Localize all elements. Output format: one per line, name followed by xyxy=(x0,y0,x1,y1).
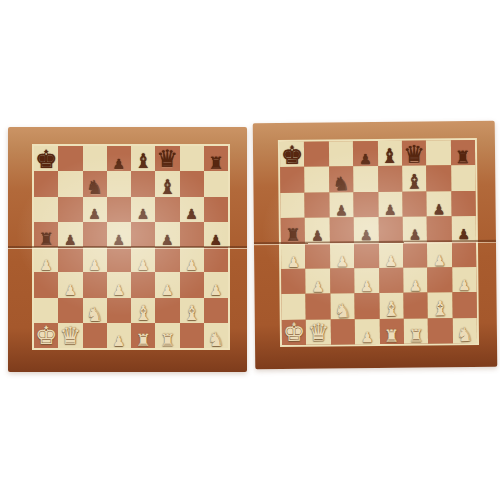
square-b2 xyxy=(306,294,331,320)
square-g1 xyxy=(428,318,453,344)
piece-dark-queen: ♛ xyxy=(157,148,179,171)
square-b8 xyxy=(58,146,82,171)
piece-light-queen: ♛ xyxy=(308,322,330,345)
square-b5: ♟ xyxy=(58,222,82,247)
square-h7 xyxy=(204,171,228,196)
square-e6: ♟ xyxy=(378,191,403,217)
square-g4: ♟ xyxy=(180,247,204,272)
square-f1: ♜ xyxy=(404,318,429,344)
square-g3 xyxy=(180,272,204,297)
piece-light-pawn: ♟ xyxy=(64,284,77,297)
piece-light-pawn: ♟ xyxy=(409,279,422,292)
square-e6: ♟ xyxy=(131,197,155,222)
piece-light-king: ♚ xyxy=(35,324,57,348)
piece-dark-pawn: ♟ xyxy=(113,234,126,247)
piece-light-rook: ♜ xyxy=(408,327,423,343)
piece-light-rook: ♜ xyxy=(160,332,175,348)
piece-dark-pawn: ♟ xyxy=(409,229,422,242)
square-h2 xyxy=(452,292,477,318)
square-g2: ♝ xyxy=(180,298,204,323)
piece-light-pawn: ♟ xyxy=(287,255,300,268)
square-f6 xyxy=(155,197,179,222)
square-d5: ♟ xyxy=(107,222,131,247)
piece-light-pawn: ♟ xyxy=(161,284,174,297)
piece-dark-rook: ♜ xyxy=(455,149,470,165)
piece-light-pawn: ♟ xyxy=(113,335,126,348)
square-b7 xyxy=(305,167,330,193)
square-h4 xyxy=(452,241,477,267)
square-g5 xyxy=(427,216,452,242)
square-b8 xyxy=(304,141,329,167)
square-b2 xyxy=(58,298,82,323)
square-d5: ♟ xyxy=(354,217,379,243)
piece-light-bishop: ♝ xyxy=(382,299,400,318)
square-g2: ♝ xyxy=(428,292,453,318)
piece-light-pawn: ♟ xyxy=(137,259,150,272)
square-c7: ♞ xyxy=(83,171,107,196)
square-d6 xyxy=(354,192,379,218)
square-c8 xyxy=(329,141,354,167)
piece-light-king: ♚ xyxy=(283,321,306,345)
product-photo-scene: ♚♟♝♛♜♞♝♟♟♟♜♟♟♟♟♟♟♟♟♟♟♟♟♞♝♝♚♛♟♜♜♞ ♚♟♝♛♜♞♝… xyxy=(0,0,500,500)
square-f7: ♝ xyxy=(402,166,427,192)
square-c4: ♟ xyxy=(330,243,355,269)
square-g8 xyxy=(180,146,204,171)
square-b1: ♛ xyxy=(306,319,331,345)
square-c8 xyxy=(83,146,107,171)
square-c3 xyxy=(83,272,107,297)
square-e4: ♟ xyxy=(131,247,155,272)
piece-light-knight: ♞ xyxy=(86,305,103,323)
square-e5 xyxy=(131,222,155,247)
square-h8: ♜ xyxy=(451,140,476,166)
square-h6 xyxy=(204,197,228,222)
square-b7 xyxy=(58,171,82,196)
square-f7: ♝ xyxy=(155,171,179,196)
piece-light-queen: ♛ xyxy=(60,325,82,348)
piece-light-pawn: ♟ xyxy=(433,254,446,267)
piece-light-pawn: ♟ xyxy=(360,280,373,293)
piece-light-knight: ♞ xyxy=(456,325,473,343)
piece-light-pawn: ♟ xyxy=(385,254,398,267)
piece-dark-king: ♚ xyxy=(281,143,304,167)
square-e4: ♟ xyxy=(378,242,403,268)
piece-dark-pawn: ♟ xyxy=(360,229,373,242)
square-b5: ♟ xyxy=(305,218,330,244)
square-d7 xyxy=(353,166,378,192)
square-c2: ♞ xyxy=(83,298,107,323)
square-f4 xyxy=(155,247,179,272)
piece-dark-pawn: ♟ xyxy=(433,203,446,216)
square-h1: ♞ xyxy=(204,323,228,348)
piece-light-pawn: ♟ xyxy=(88,259,101,272)
piece-dark-bishop: ♝ xyxy=(134,152,152,171)
square-d2 xyxy=(355,293,380,319)
square-h7 xyxy=(451,165,476,191)
square-g1 xyxy=(180,323,204,348)
piece-light-bishop: ♝ xyxy=(183,304,201,323)
square-h3: ♟ xyxy=(204,272,228,297)
square-b3: ♟ xyxy=(306,268,331,294)
square-h5: ♟ xyxy=(451,216,476,242)
square-c1 xyxy=(331,319,356,345)
piece-light-knight: ♞ xyxy=(207,330,224,348)
piece-dark-pawn: ♟ xyxy=(457,228,470,241)
piece-dark-bishop: ♝ xyxy=(158,178,176,197)
square-f8: ♛ xyxy=(155,146,179,171)
square-h1: ♞ xyxy=(452,318,477,344)
square-d6 xyxy=(107,197,131,222)
square-g3 xyxy=(427,267,452,293)
square-d4 xyxy=(354,242,379,268)
square-g7 xyxy=(180,171,204,196)
square-b4 xyxy=(58,247,82,272)
square-c7: ♞ xyxy=(329,167,354,193)
piece-light-pawn: ♟ xyxy=(361,331,374,344)
piece-dark-pawn: ♟ xyxy=(161,234,174,247)
square-a1: ♚ xyxy=(34,323,58,348)
square-f4 xyxy=(403,242,428,268)
piece-dark-pawn: ♟ xyxy=(359,153,372,166)
chess-board-left: ♚♟♝♛♜♞♝♟♟♟♜♟♟♟♟♟♟♟♟♟♟♟♟♞♝♝♚♛♟♜♜♞ xyxy=(8,127,247,372)
piece-light-pawn: ♟ xyxy=(312,280,325,293)
board-grid-left: ♚♟♝♛♜♞♝♟♟♟♜♟♟♟♟♟♟♟♟♟♟♟♟♞♝♝♚♛♟♜♜♞ xyxy=(32,144,230,350)
square-e3 xyxy=(379,268,404,294)
piece-light-pawn: ♟ xyxy=(185,259,198,272)
piece-light-pawn: ♟ xyxy=(40,259,53,272)
piece-dark-pawn: ♟ xyxy=(113,158,126,171)
piece-dark-pawn: ♟ xyxy=(137,208,150,221)
square-h3: ♟ xyxy=(452,267,477,293)
square-a3 xyxy=(281,269,306,295)
square-d7 xyxy=(107,171,131,196)
square-e2: ♝ xyxy=(379,293,404,319)
square-a1: ♚ xyxy=(282,319,307,345)
chess-board-right: ♚♟♝♛♜♞♝♟♟♟♜♟♟♟♟♟♟♟♟♟♟♟♟♞♝♝♚♛♟♜♜♞ xyxy=(253,121,498,370)
square-a7 xyxy=(34,171,58,196)
square-b6 xyxy=(305,192,330,218)
square-c5 xyxy=(83,222,107,247)
piece-light-bishop: ♝ xyxy=(134,304,152,323)
square-b3: ♟ xyxy=(58,272,82,297)
square-e7 xyxy=(131,171,155,196)
piece-dark-pawn: ♟ xyxy=(185,208,198,221)
square-h6 xyxy=(451,191,476,217)
square-h8: ♜ xyxy=(204,146,228,171)
square-g4: ♟ xyxy=(427,242,452,268)
square-a2 xyxy=(34,298,58,323)
square-d8: ♟ xyxy=(353,141,378,167)
piece-dark-pawn: ♟ xyxy=(64,234,77,247)
square-g5 xyxy=(180,222,204,247)
piece-light-rook: ♜ xyxy=(384,328,399,344)
piece-dark-pawn: ♟ xyxy=(88,208,101,221)
square-h4 xyxy=(204,247,228,272)
piece-light-pawn: ♟ xyxy=(458,279,471,292)
piece-dark-knight: ♞ xyxy=(333,174,350,192)
piece-dark-pawn: ♟ xyxy=(335,204,348,217)
piece-dark-rook: ♜ xyxy=(208,155,223,171)
piece-dark-pawn: ♟ xyxy=(210,234,223,247)
square-e5 xyxy=(378,217,403,243)
square-a4: ♟ xyxy=(34,247,58,272)
square-c1 xyxy=(83,323,107,348)
square-a5: ♜ xyxy=(281,218,306,244)
square-e8: ♝ xyxy=(131,146,155,171)
square-a5: ♜ xyxy=(34,222,58,247)
piece-light-knight: ♞ xyxy=(334,301,351,319)
square-b1: ♛ xyxy=(58,323,82,348)
piece-light-pawn: ♟ xyxy=(336,255,349,268)
square-d3: ♟ xyxy=(354,268,379,294)
square-a7 xyxy=(280,167,305,193)
square-e2: ♝ xyxy=(131,298,155,323)
square-f3: ♟ xyxy=(155,272,179,297)
piece-dark-queen: ♛ xyxy=(403,143,425,166)
square-f5: ♟ xyxy=(155,222,179,247)
piece-light-bishop: ♝ xyxy=(431,299,449,318)
square-g7 xyxy=(426,166,451,192)
square-a2 xyxy=(282,294,307,320)
square-g6: ♟ xyxy=(180,197,204,222)
square-c5 xyxy=(329,217,354,243)
square-d1: ♟ xyxy=(107,323,131,348)
square-a4: ♟ xyxy=(281,243,306,269)
square-c2: ♞ xyxy=(330,293,355,319)
square-f1: ♜ xyxy=(155,323,179,348)
square-a3 xyxy=(34,272,58,297)
square-f6 xyxy=(402,191,427,217)
square-g8 xyxy=(426,140,451,166)
square-f5: ♟ xyxy=(403,217,428,243)
piece-dark-bishop: ♝ xyxy=(381,147,399,166)
square-e7 xyxy=(378,166,403,192)
piece-dark-pawn: ♟ xyxy=(384,204,397,217)
piece-dark-rook: ♜ xyxy=(285,227,300,243)
square-d8: ♟ xyxy=(107,146,131,171)
square-h2 xyxy=(204,298,228,323)
square-f2 xyxy=(403,293,428,319)
square-c4: ♟ xyxy=(83,247,107,272)
square-d4 xyxy=(107,247,131,272)
square-f3: ♟ xyxy=(403,267,428,293)
square-c6: ♟ xyxy=(329,192,354,218)
square-c3 xyxy=(330,268,355,294)
piece-light-pawn: ♟ xyxy=(210,284,223,297)
piece-dark-bishop: ♝ xyxy=(405,172,423,191)
square-g6: ♟ xyxy=(427,191,452,217)
square-e8: ♝ xyxy=(377,141,402,167)
square-e3 xyxy=(131,272,155,297)
square-a8: ♚ xyxy=(280,142,305,168)
piece-dark-king: ♚ xyxy=(35,148,57,172)
square-e1: ♜ xyxy=(379,318,404,344)
square-a6 xyxy=(280,192,305,218)
square-a6 xyxy=(34,197,58,222)
square-f8: ♛ xyxy=(402,140,427,166)
square-f2 xyxy=(155,298,179,323)
square-a8: ♚ xyxy=(34,146,58,171)
square-h5: ♟ xyxy=(204,222,228,247)
square-d2 xyxy=(107,298,131,323)
square-d1: ♟ xyxy=(355,319,380,345)
piece-dark-rook: ♜ xyxy=(39,231,54,247)
piece-dark-knight: ♞ xyxy=(86,178,103,196)
square-b6 xyxy=(58,197,82,222)
square-d3: ♟ xyxy=(107,272,131,297)
piece-light-pawn: ♟ xyxy=(113,284,126,297)
piece-dark-pawn: ♟ xyxy=(311,230,324,243)
piece-light-rook: ♜ xyxy=(136,332,151,348)
square-e1: ♜ xyxy=(131,323,155,348)
square-b4 xyxy=(305,243,330,269)
board-grid-right: ♚♟♝♛♜♞♝♟♟♟♜♟♟♟♟♟♟♟♟♟♟♟♟♞♝♝♚♛♟♜♜♞ xyxy=(278,138,479,347)
square-c6: ♟ xyxy=(83,197,107,222)
